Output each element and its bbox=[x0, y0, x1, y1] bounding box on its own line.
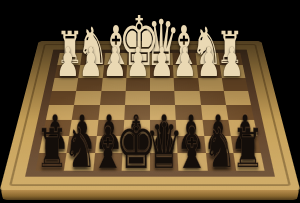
white-pawn-h2: ♟ bbox=[56, 42, 80, 82]
white-pawn-c2: ♟ bbox=[173, 42, 197, 82]
black-rook-a8: ♜ bbox=[232, 122, 264, 176]
black-rook-h8: ♜ bbox=[36, 122, 68, 176]
chessboard-photo: ♜♞♝♛♚♝♞♜♟♟♟♟♟♟♟♟♜♞♝♛♚♝♞♜♟♟♟♟♟♟♟♟ bbox=[0, 0, 300, 203]
black-knight-g8: ♞ bbox=[63, 121, 96, 176]
white-pawn-b2: ♟ bbox=[196, 42, 220, 82]
white-pawn-a2: ♟ bbox=[220, 42, 244, 82]
pieces-layer: ♜♞♝♛♚♝♞♜♟♟♟♟♟♟♟♟♜♞♝♛♚♝♞♜♟♟♟♟♟♟♟♟ bbox=[0, 0, 300, 203]
white-pawn-f2: ♟ bbox=[103, 42, 127, 82]
white-pawn-e2: ♟ bbox=[126, 42, 150, 82]
white-pawn-g2: ♟ bbox=[79, 42, 103, 82]
white-pawn-d2: ♟ bbox=[150, 42, 174, 82]
